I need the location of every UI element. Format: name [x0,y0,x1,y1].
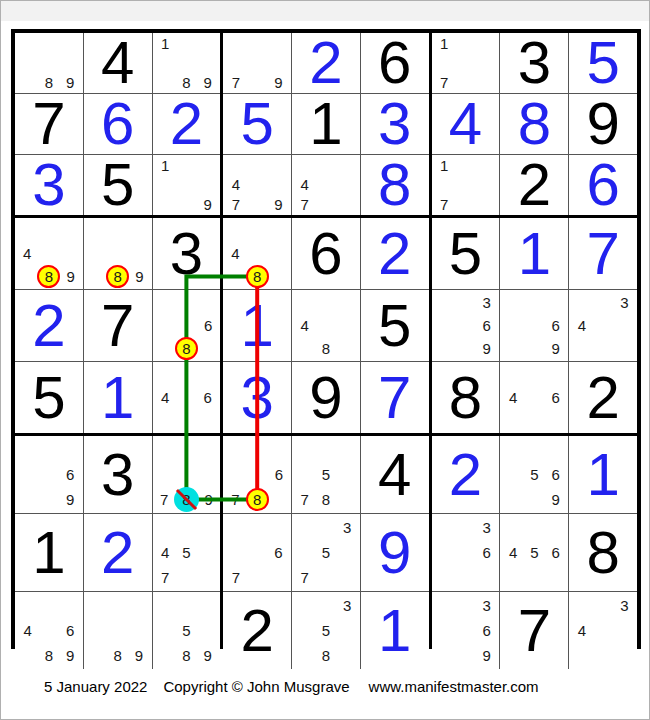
cell-r1c6[interactable]: 6 [361,33,429,93]
cell-r7c2[interactable]: 3 [84,436,152,513]
candidate-3: 3 [483,295,491,310]
candidate-8: 8 [322,492,330,507]
candidate-9: 9 [66,648,74,663]
footer-copyright: Copyright © John Musgrave [163,678,349,695]
candidate-7: 7 [231,492,239,507]
candidate-7: 7 [232,197,240,212]
cell-r3c7[interactable]: 17 [432,155,500,215]
candidate-4: 4 [578,318,586,333]
box-6: 51736969348462 [432,218,637,433]
digit-solved: 3 [241,368,274,428]
cell-r2c6[interactable]: 3 [361,94,429,154]
cell-r8c5[interactable]: 357 [292,514,360,591]
candidate-7: 7 [440,75,448,90]
digit-solved: 3 [378,94,411,154]
candidate-4: 4 [301,177,309,192]
digit-solved: 5 [241,94,274,154]
candidate-5: 5 [530,467,538,482]
candidate-9: 9 [135,269,143,284]
cell-r4c7[interactable]: 5 [432,218,500,289]
cell-r4c6[interactable]: 2 [361,218,429,289]
top-strip [1,1,649,21]
candidate-5: 5 [322,467,330,482]
candidate-5: 5 [182,623,190,638]
digit-solved: 9 [378,523,411,583]
digit-given: 2 [241,601,274,661]
cell-r9c5[interactable]: 358 [292,592,360,669]
cell-r5c2[interactable]: 7 [84,290,152,361]
candidate-6: 6 [275,467,283,482]
cell-r1c8[interactable]: 3 [500,33,568,93]
cell-r4c8[interactable]: 1 [500,218,568,289]
box-7: 69378912457468989589 [15,436,220,669]
candidate-5: 5 [322,623,330,638]
digit-given: 8 [586,523,619,583]
cell-r4c9[interactable]: 7 [569,218,637,289]
cell-r7c7[interactable]: 2 [432,436,500,513]
cell-r1c7[interactable]: 17 [432,33,500,93]
cell-r2c4[interactable]: 5 [223,94,291,154]
cell-r7c6[interactable]: 4 [361,436,429,513]
candidate-6: 6 [274,545,282,560]
candidate-8: 8 [113,648,121,663]
candidate-8: 8 [182,648,190,663]
digit-solved: 8 [518,94,551,154]
digit-given: 5 [101,155,134,215]
candidate-6: 6 [66,467,74,482]
cell-r2c3[interactable]: 2 [153,94,221,154]
candidate-7: 7 [440,197,448,212]
digit-given: 8 [449,368,482,428]
cell-r6c4[interactable]: 3 [223,362,291,433]
cell-r3c9[interactable]: 6 [569,155,637,215]
digit-given: 5 [32,368,65,428]
candidate-9: 9 [483,341,491,356]
box-5: 48621485397 [223,218,428,433]
cell-r5c1[interactable]: 2 [15,290,83,361]
cell-r8c7[interactable]: 36 [432,514,500,591]
cell-r3c2[interactable]: 5 [84,155,152,215]
cell-r4c3[interactable]: 3 [153,218,221,289]
candidate-4: 4 [161,545,169,560]
candidate-7: 7 [232,75,240,90]
candidate-4: 4 [509,390,517,405]
digit-solved: 7 [586,224,619,284]
cell-r7c1[interactable]: 69 [15,436,83,513]
candidate-7: 7 [301,492,309,507]
candidate-3: 3 [483,598,491,613]
candidate-6: 6 [551,545,559,560]
cell-r6c5[interactable]: 9 [292,362,360,433]
cell-r3c5[interactable]: 47 [292,155,360,215]
candidate-9: 9 [204,75,212,90]
candidate-9: 9 [66,492,74,507]
candidate-9: 9 [551,341,559,356]
candidate-9: 9 [274,75,282,90]
candidate-9: 9 [204,197,212,212]
cell-r7c4[interactable]: 678 [223,436,291,513]
footer-website: www.manifestmaster.com [369,678,539,695]
cell-r5c9[interactable]: 34 [569,290,637,361]
candidate-4: 4 [301,318,309,333]
candidate-8: 8 [322,648,330,663]
candidate-4: 4 [231,246,239,261]
digit-solved: 2 [378,224,411,284]
cell-r8c9[interactable]: 8 [569,514,637,591]
cell-r5c7[interactable]: 369 [432,290,500,361]
candidate-6: 6 [551,467,559,482]
circled-candidate-8: 8 [246,488,269,511]
cell-r8c2[interactable]: 2 [84,514,152,591]
box-8: 678578467357923581 [223,436,428,669]
page: 8941897623519792651347947817354891726489… [0,0,650,720]
digit-solved: 6 [101,94,134,154]
cell-r3c1[interactable]: 3 [15,155,83,215]
cell-r2c5[interactable]: 1 [292,94,360,154]
box-2: 7926513479478 [223,33,428,215]
candidate-7: 7 [232,570,240,585]
box-3: 17354891726 [432,33,637,215]
digit-given: 1 [32,523,65,583]
cell-r1c5[interactable]: 2 [292,33,360,93]
candidate-7: 7 [161,570,169,585]
digit-given: 2 [586,368,619,428]
footer-date: 5 January 2022 [44,678,147,695]
candidate-6: 6 [551,318,559,333]
cell-r6c3[interactable]: 46 [153,362,221,433]
candidate-5: 5 [322,545,330,560]
digit-solved: 8 [378,155,411,215]
box-1: 8941897623519 [15,33,220,215]
candidate-6: 6 [204,390,212,405]
box-9: 25691364568369734 [432,436,637,669]
candidate-4: 4 [161,390,169,405]
candidate-4: 4 [578,623,586,638]
candidate-3: 3 [620,598,628,613]
cell-r4c1[interactable]: 489 [15,218,83,289]
circled-candidate-8: 8 [37,265,60,288]
cell-r2c8[interactable]: 8 [500,94,568,154]
digit-given: 3 [170,224,203,284]
cell-r9c4[interactable]: 2 [223,592,291,669]
candidate-6: 6 [204,318,212,333]
footer: 5 January 2022Copyright © John Musgravew… [44,678,539,695]
cell-r8c8[interactable]: 456 [500,514,568,591]
circled-candidate-8: 8 [246,265,269,288]
cell-r5c8[interactable]: 69 [500,290,568,361]
cell-r1c4[interactable]: 79 [223,33,291,93]
cell-r4c2[interactable]: 89 [84,218,152,289]
candidate-3: 3 [483,520,491,535]
cell-r9c6[interactable]: 1 [361,592,429,669]
digit-given: 3 [518,33,551,93]
digit-given: 5 [449,224,482,284]
digit-given: 7 [518,601,551,661]
candidate-3: 3 [343,598,351,613]
cell-r5c6[interactable]: 5 [361,290,429,361]
candidate-6: 6 [551,390,559,405]
candidate-1: 1 [161,36,169,51]
candidate-6: 6 [483,545,491,560]
candidate-6: 6 [66,623,74,638]
digit-given: 9 [586,94,619,154]
cell-r6c7[interactable]: 8 [432,362,500,433]
candidate-7: 7 [301,570,309,585]
digit-solved: 4 [449,94,482,154]
candidate-1: 1 [440,158,448,173]
candidate-9: 9 [204,648,212,663]
candidate-6: 6 [483,318,491,333]
candidate-3: 3 [343,520,351,535]
cell-r8c6[interactable]: 9 [361,514,429,591]
circled-candidate-8: 8 [106,265,129,288]
cell-r2c9[interactable]: 9 [569,94,637,154]
candidate-9: 9 [204,492,212,507]
cell-r9c1[interactable]: 4689 [15,592,83,669]
candidate-9: 9 [66,269,74,284]
candidate-8: 8 [322,341,330,356]
digit-given: 6 [378,33,411,93]
digit-solved: 2 [309,33,342,93]
cell-r1c1[interactable]: 89 [15,33,83,93]
cell-r3c4[interactable]: 479 [223,155,291,215]
digit-solved: 1 [241,296,274,356]
cell-r1c3[interactable]: 189 [153,33,221,93]
cell-r5c3[interactable]: 68 [153,290,221,361]
candidate-9: 9 [483,648,491,663]
digit-solved: 2 [32,296,65,356]
digit-given: 6 [309,224,342,284]
digit-solved: 1 [586,445,619,505]
digit-solved: 5 [586,33,619,93]
candidate-3: 3 [620,295,628,310]
digit-given: 3 [101,445,134,505]
candidate-7: 7 [160,492,168,507]
cell-r3c3[interactable]: 19 [153,155,221,215]
cell-r7c3[interactable]: 789 [153,436,221,513]
digit-solved: 3 [32,155,65,215]
candidate-4: 4 [232,177,240,192]
candidate-5: 5 [530,545,538,560]
digit-solved: 7 [378,368,411,428]
candidate-4: 4 [23,246,31,261]
circled-candidate-8: 8 [175,337,198,360]
cell-r8c4[interactable]: 67 [223,514,291,591]
eliminated-candidate-8: 8 [174,487,199,512]
cell-r4c4[interactable]: 48 [223,218,291,289]
box-4: 48989327685146 [15,218,220,433]
digit-solved: 1 [518,224,551,284]
cell-r6c1[interactable]: 5 [15,362,83,433]
cell-r3c6[interactable]: 8 [361,155,429,215]
digit-given: 2 [518,155,551,215]
cell-r7c9[interactable]: 1 [569,436,637,513]
candidate-8: 8 [45,648,53,663]
cell-r5c4[interactable]: 1 [223,290,291,361]
cell-r6c9[interactable]: 2 [569,362,637,433]
cell-r3c8[interactable]: 2 [500,155,568,215]
cell-r2c7[interactable]: 4 [432,94,500,154]
candidate-7: 7 [301,197,309,212]
cell-r9c9[interactable]: 34 [569,592,637,669]
cell-r9c8[interactable]: 7 [500,592,568,669]
digit-solved: 1 [101,368,134,428]
cell-r7c8[interactable]: 569 [500,436,568,513]
cell-r6c6[interactable]: 7 [361,362,429,433]
cell-r8c3[interactable]: 457 [153,514,221,591]
candidate-5: 5 [182,545,190,560]
candidate-9: 9 [274,197,282,212]
digit-solved: 2 [170,94,203,154]
digit-given: 7 [101,296,134,356]
cell-r8c1[interactable]: 1 [15,514,83,591]
digit-given: 1 [309,94,342,154]
cell-r2c2[interactable]: 6 [84,94,152,154]
digit-solved: 2 [101,523,134,583]
digit-solved: 6 [586,155,619,215]
candidate-8: 8 [182,75,190,90]
digit-given: 4 [378,445,411,505]
cell-r5c5[interactable]: 48 [292,290,360,361]
cell-r9c3[interactable]: 589 [153,592,221,669]
cell-r6c8[interactable]: 46 [500,362,568,433]
candidate-9: 9 [66,75,74,90]
cell-r2c1[interactable]: 7 [15,94,83,154]
cell-r7c5[interactable]: 578 [292,436,360,513]
cell-r4c5[interactable]: 6 [292,218,360,289]
digit-given: 9 [309,368,342,428]
candidate-9: 9 [551,492,559,507]
digit-solved: 2 [449,445,482,505]
candidate-1: 1 [440,36,448,51]
candidate-4: 4 [23,623,31,638]
cell-r6c2[interactable]: 1 [84,362,152,433]
cell-r1c2[interactable]: 4 [84,33,152,93]
candidate-8: 8 [45,75,53,90]
digit-given: 7 [32,94,65,154]
candidate-9: 9 [135,648,143,663]
cell-r9c7[interactable]: 369 [432,592,500,669]
digit-solved: 1 [378,601,411,661]
cell-r9c2[interactable]: 89 [84,592,152,669]
cell-r1c9[interactable]: 5 [569,33,637,93]
digit-given: 4 [101,33,134,93]
sudoku-board: 8941897623519792651347947817354891726489… [11,29,641,649]
candidate-6: 6 [483,623,491,638]
candidate-4: 4 [509,545,517,560]
candidate-1: 1 [161,158,169,173]
digit-given: 5 [378,296,411,356]
